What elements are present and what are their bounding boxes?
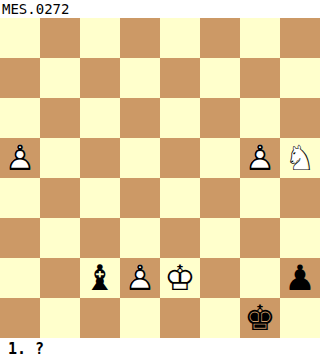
square-b3[interactable] [40,218,80,258]
square-g4[interactable] [240,178,280,218]
square-a5[interactable]: ♟♙ [0,138,40,178]
square-d4[interactable] [120,178,160,218]
square-g2[interactable] [240,258,280,298]
square-c8[interactable] [80,18,120,58]
square-c1[interactable] [80,298,120,338]
black-pawn: ♟ [280,258,320,298]
square-h3[interactable] [280,218,320,258]
square-f3[interactable] [200,218,240,258]
square-e1[interactable] [160,298,200,338]
piece-outline-layer: ♙ [240,138,280,178]
square-e3[interactable] [160,218,200,258]
piece-outline-layer: ♔ [160,258,200,298]
white-pawn: ♟♙ [0,138,40,178]
square-h5[interactable]: ♞♘ [280,138,320,178]
square-f1[interactable] [200,298,240,338]
square-a7[interactable] [0,58,40,98]
square-d1[interactable] [120,298,160,338]
piece-outline-layer: ♘ [280,138,320,178]
square-d3[interactable] [120,218,160,258]
square-f4[interactable] [200,178,240,218]
black-bishop: ♝ [80,258,120,298]
move-prompt: 1. ? [0,338,320,360]
square-a2[interactable] [0,258,40,298]
square-b6[interactable] [40,98,80,138]
square-h8[interactable] [280,18,320,58]
square-h1[interactable] [280,298,320,338]
square-f2[interactable] [200,258,240,298]
square-f8[interactable] [200,18,240,58]
square-e5[interactable] [160,138,200,178]
square-c7[interactable] [80,58,120,98]
square-e6[interactable] [160,98,200,138]
square-a1[interactable] [0,298,40,338]
square-b5[interactable] [40,138,80,178]
square-e7[interactable] [160,58,200,98]
square-a8[interactable] [0,18,40,58]
chess-diagram: MES.0272 ♟♙♟♙♞♘♝♟♙♚♔♟♚ 1. ? [0,0,320,360]
white-knight: ♞♘ [280,138,320,178]
square-c3[interactable] [80,218,120,258]
square-b2[interactable] [40,258,80,298]
square-d5[interactable] [120,138,160,178]
square-b4[interactable] [40,178,80,218]
square-e4[interactable] [160,178,200,218]
square-h6[interactable] [280,98,320,138]
square-f7[interactable] [200,58,240,98]
square-g8[interactable] [240,18,280,58]
black-king: ♚ [240,298,280,338]
square-d6[interactable] [120,98,160,138]
white-pawn: ♟♙ [120,258,160,298]
square-g7[interactable] [240,58,280,98]
square-f6[interactable] [200,98,240,138]
square-a6[interactable] [0,98,40,138]
square-h4[interactable] [280,178,320,218]
square-b8[interactable] [40,18,80,58]
square-c2[interactable]: ♝ [80,258,120,298]
square-a4[interactable] [0,178,40,218]
square-f5[interactable] [200,138,240,178]
white-pawn: ♟♙ [240,138,280,178]
square-e2[interactable]: ♚♔ [160,258,200,298]
piece-outline-layer: ♙ [120,258,160,298]
diagram-title: MES.0272 [0,0,320,18]
square-g5[interactable]: ♟♙ [240,138,280,178]
square-d7[interactable] [120,58,160,98]
square-g6[interactable] [240,98,280,138]
square-h2[interactable]: ♟ [280,258,320,298]
chess-board: ♟♙♟♙♞♘♝♟♙♚♔♟♚ [0,18,320,338]
square-b1[interactable] [40,298,80,338]
square-h7[interactable] [280,58,320,98]
white-king: ♚♔ [160,258,200,298]
square-c6[interactable] [80,98,120,138]
square-c4[interactable] [80,178,120,218]
square-d2[interactable]: ♟♙ [120,258,160,298]
square-c5[interactable] [80,138,120,178]
square-b7[interactable] [40,58,80,98]
piece-outline-layer: ♙ [0,138,40,178]
square-d8[interactable] [120,18,160,58]
square-g3[interactable] [240,218,280,258]
square-a3[interactable] [0,218,40,258]
square-g1[interactable]: ♚ [240,298,280,338]
square-e8[interactable] [160,18,200,58]
